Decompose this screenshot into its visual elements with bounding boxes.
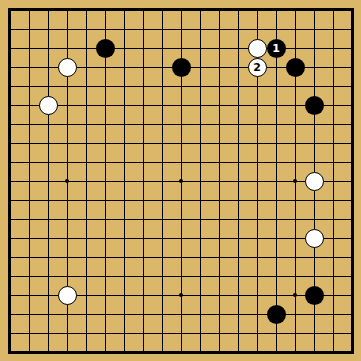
intersection-M17[interactable]: [210, 39, 229, 58]
intersection-N11[interactable]: [229, 153, 248, 172]
intersection-D10[interactable]: [58, 172, 77, 191]
intersection-G13[interactable]: [115, 115, 134, 134]
intersection-K1[interactable]: [172, 343, 191, 361]
intersection-R17[interactable]: [305, 39, 324, 58]
intersection-F9[interactable]: [96, 191, 115, 210]
intersection-H1[interactable]: [134, 343, 153, 361]
intersection-Q11[interactable]: [286, 153, 305, 172]
intersection-M1[interactable]: [210, 343, 229, 361]
intersection-Q14[interactable]: [286, 96, 305, 115]
intersection-M19[interactable]: [210, 1, 229, 20]
intersection-G2[interactable]: [115, 324, 134, 343]
intersection-R5[interactable]: [305, 267, 324, 286]
intersection-K6[interactable]: [172, 248, 191, 267]
intersection-T19[interactable]: [343, 1, 361, 20]
intersection-A10[interactable]: [1, 172, 20, 191]
intersection-P9[interactable]: [267, 191, 286, 210]
intersection-A4[interactable]: [1, 286, 20, 305]
intersection-F17[interactable]: [96, 39, 115, 58]
intersection-F14[interactable]: [96, 96, 115, 115]
intersection-O1[interactable]: [248, 343, 267, 361]
intersection-M12[interactable]: [210, 134, 229, 153]
intersection-O9[interactable]: [248, 191, 267, 210]
intersection-R11[interactable]: [305, 153, 324, 172]
intersection-T8[interactable]: [343, 210, 361, 229]
intersection-K19[interactable]: [172, 1, 191, 20]
intersection-P7[interactable]: [267, 229, 286, 248]
intersection-A3[interactable]: [1, 305, 20, 324]
intersection-P5[interactable]: [267, 267, 286, 286]
intersection-F2[interactable]: [96, 324, 115, 343]
intersection-P18[interactable]: [267, 20, 286, 39]
intersection-N19[interactable]: [229, 1, 248, 20]
intersection-D2[interactable]: [58, 324, 77, 343]
intersection-G5[interactable]: [115, 267, 134, 286]
intersection-N1[interactable]: [229, 343, 248, 361]
intersection-P1[interactable]: [267, 343, 286, 361]
intersection-T3[interactable]: [343, 305, 361, 324]
intersection-Q5[interactable]: [286, 267, 305, 286]
intersection-H12[interactable]: [134, 134, 153, 153]
intersection-M5[interactable]: [210, 267, 229, 286]
intersection-S5[interactable]: [324, 267, 343, 286]
intersection-S1[interactable]: [324, 343, 343, 361]
intersection-T12[interactable]: [343, 134, 361, 153]
intersection-K2[interactable]: [172, 324, 191, 343]
intersection-D15[interactable]: [58, 77, 77, 96]
intersection-G6[interactable]: [115, 248, 134, 267]
intersection-R7[interactable]: [305, 229, 324, 248]
intersection-N14[interactable]: [229, 96, 248, 115]
intersection-C1[interactable]: [39, 343, 58, 361]
intersection-O6[interactable]: [248, 248, 267, 267]
intersection-G7[interactable]: [115, 229, 134, 248]
intersection-J16[interactable]: [153, 58, 172, 77]
intersection-P19[interactable]: [267, 1, 286, 20]
intersection-O13[interactable]: [248, 115, 267, 134]
intersection-J4[interactable]: [153, 286, 172, 305]
intersection-H9[interactable]: [134, 191, 153, 210]
intersection-E5[interactable]: [77, 267, 96, 286]
intersection-Q7[interactable]: [286, 229, 305, 248]
intersection-B14[interactable]: [20, 96, 39, 115]
intersection-R12[interactable]: [305, 134, 324, 153]
intersection-K11[interactable]: [172, 153, 191, 172]
intersection-R14[interactable]: [305, 96, 324, 115]
intersection-C9[interactable]: [39, 191, 58, 210]
intersection-P10[interactable]: [267, 172, 286, 191]
intersection-B1[interactable]: [20, 343, 39, 361]
intersection-J18[interactable]: [153, 20, 172, 39]
intersection-B18[interactable]: [20, 20, 39, 39]
intersection-C12[interactable]: [39, 134, 58, 153]
intersection-B4[interactable]: [20, 286, 39, 305]
intersection-F10[interactable]: [96, 172, 115, 191]
intersection-P17[interactable]: 1: [267, 39, 286, 58]
intersection-B9[interactable]: [20, 191, 39, 210]
intersection-G19[interactable]: [115, 1, 134, 20]
intersection-K10[interactable]: [172, 172, 191, 191]
intersection-S7[interactable]: [324, 229, 343, 248]
intersection-M2[interactable]: [210, 324, 229, 343]
intersection-E3[interactable]: [77, 305, 96, 324]
intersection-N3[interactable]: [229, 305, 248, 324]
intersection-T15[interactable]: [343, 77, 361, 96]
intersection-K12[interactable]: [172, 134, 191, 153]
intersection-D6[interactable]: [58, 248, 77, 267]
intersection-L14[interactable]: [191, 96, 210, 115]
intersection-H17[interactable]: [134, 39, 153, 58]
intersection-E1[interactable]: [77, 343, 96, 361]
intersection-N5[interactable]: [229, 267, 248, 286]
intersection-Q17[interactable]: [286, 39, 305, 58]
intersection-O2[interactable]: [248, 324, 267, 343]
intersection-B19[interactable]: [20, 1, 39, 20]
intersection-E13[interactable]: [77, 115, 96, 134]
intersection-K5[interactable]: [172, 267, 191, 286]
intersection-F13[interactable]: [96, 115, 115, 134]
intersection-J1[interactable]: [153, 343, 172, 361]
intersection-M13[interactable]: [210, 115, 229, 134]
intersection-O10[interactable]: [248, 172, 267, 191]
intersection-E19[interactable]: [77, 1, 96, 20]
intersection-H6[interactable]: [134, 248, 153, 267]
intersection-N10[interactable]: [229, 172, 248, 191]
intersection-C14[interactable]: [39, 96, 58, 115]
intersection-K14[interactable]: [172, 96, 191, 115]
intersection-E4[interactable]: [77, 286, 96, 305]
intersection-J12[interactable]: [153, 134, 172, 153]
intersection-S12[interactable]: [324, 134, 343, 153]
intersection-T18[interactable]: [343, 20, 361, 39]
intersection-Q10[interactable]: [286, 172, 305, 191]
intersection-C17[interactable]: [39, 39, 58, 58]
intersection-Q3[interactable]: [286, 305, 305, 324]
intersection-E14[interactable]: [77, 96, 96, 115]
intersection-L13[interactable]: [191, 115, 210, 134]
intersection-Q12[interactable]: [286, 134, 305, 153]
intersection-L10[interactable]: [191, 172, 210, 191]
intersection-A7[interactable]: [1, 229, 20, 248]
intersection-N7[interactable]: [229, 229, 248, 248]
intersection-L2[interactable]: [191, 324, 210, 343]
intersection-O14[interactable]: [248, 96, 267, 115]
intersection-C3[interactable]: [39, 305, 58, 324]
intersection-P8[interactable]: [267, 210, 286, 229]
intersection-T16[interactable]: [343, 58, 361, 77]
intersection-L9[interactable]: [191, 191, 210, 210]
intersection-P11[interactable]: [267, 153, 286, 172]
intersection-M16[interactable]: [210, 58, 229, 77]
intersection-O7[interactable]: [248, 229, 267, 248]
intersection-K15[interactable]: [172, 77, 191, 96]
intersection-O12[interactable]: [248, 134, 267, 153]
intersection-K16[interactable]: [172, 58, 191, 77]
intersection-D13[interactable]: [58, 115, 77, 134]
intersection-R18[interactable]: [305, 20, 324, 39]
intersection-L19[interactable]: [191, 1, 210, 20]
intersection-H2[interactable]: [134, 324, 153, 343]
intersection-P4[interactable]: [267, 286, 286, 305]
intersection-Q19[interactable]: [286, 1, 305, 20]
intersection-N4[interactable]: [229, 286, 248, 305]
intersection-L16[interactable]: [191, 58, 210, 77]
intersection-L17[interactable]: [191, 39, 210, 58]
intersection-T6[interactable]: [343, 248, 361, 267]
intersection-D14[interactable]: [58, 96, 77, 115]
intersection-J15[interactable]: [153, 77, 172, 96]
intersection-S4[interactable]: [324, 286, 343, 305]
intersection-H5[interactable]: [134, 267, 153, 286]
intersection-H14[interactable]: [134, 96, 153, 115]
intersection-F11[interactable]: [96, 153, 115, 172]
intersection-Q1[interactable]: [286, 343, 305, 361]
intersection-T4[interactable]: [343, 286, 361, 305]
intersection-N8[interactable]: [229, 210, 248, 229]
intersection-O5[interactable]: [248, 267, 267, 286]
intersection-P13[interactable]: [267, 115, 286, 134]
intersection-P6[interactable]: [267, 248, 286, 267]
intersection-K18[interactable]: [172, 20, 191, 39]
intersection-H16[interactable]: [134, 58, 153, 77]
intersection-L15[interactable]: [191, 77, 210, 96]
intersection-M6[interactable]: [210, 248, 229, 267]
intersection-L11[interactable]: [191, 153, 210, 172]
intersection-T13[interactable]: [343, 115, 361, 134]
intersection-M15[interactable]: [210, 77, 229, 96]
intersection-P3[interactable]: [267, 305, 286, 324]
intersection-L5[interactable]: [191, 267, 210, 286]
intersection-R6[interactable]: [305, 248, 324, 267]
intersection-E11[interactable]: [77, 153, 96, 172]
intersection-Q6[interactable]: [286, 248, 305, 267]
intersection-J10[interactable]: [153, 172, 172, 191]
intersection-F15[interactable]: [96, 77, 115, 96]
intersection-O11[interactable]: [248, 153, 267, 172]
intersection-E18[interactable]: [77, 20, 96, 39]
intersection-L1[interactable]: [191, 343, 210, 361]
intersection-N9[interactable]: [229, 191, 248, 210]
intersection-A6[interactable]: [1, 248, 20, 267]
intersection-J9[interactable]: [153, 191, 172, 210]
intersection-S10[interactable]: [324, 172, 343, 191]
intersection-S11[interactable]: [324, 153, 343, 172]
intersection-A16[interactable]: [1, 58, 20, 77]
intersection-B12[interactable]: [20, 134, 39, 153]
intersection-M9[interactable]: [210, 191, 229, 210]
intersection-E17[interactable]: [77, 39, 96, 58]
intersection-R4[interactable]: [305, 286, 324, 305]
intersection-K3[interactable]: [172, 305, 191, 324]
intersection-Q13[interactable]: [286, 115, 305, 134]
intersection-O19[interactable]: [248, 1, 267, 20]
intersection-B2[interactable]: [20, 324, 39, 343]
intersection-G14[interactable]: [115, 96, 134, 115]
intersection-T10[interactable]: [343, 172, 361, 191]
intersection-A14[interactable]: [1, 96, 20, 115]
intersection-F12[interactable]: [96, 134, 115, 153]
intersection-S17[interactable]: [324, 39, 343, 58]
intersection-M11[interactable]: [210, 153, 229, 172]
intersection-S8[interactable]: [324, 210, 343, 229]
intersection-H4[interactable]: [134, 286, 153, 305]
intersection-F16[interactable]: [96, 58, 115, 77]
intersection-S13[interactable]: [324, 115, 343, 134]
intersection-M3[interactable]: [210, 305, 229, 324]
intersection-A5[interactable]: [1, 267, 20, 286]
intersection-B3[interactable]: [20, 305, 39, 324]
intersection-C2[interactable]: [39, 324, 58, 343]
intersection-R16[interactable]: [305, 58, 324, 77]
intersection-D17[interactable]: [58, 39, 77, 58]
intersection-B7[interactable]: [20, 229, 39, 248]
intersection-N16[interactable]: [229, 58, 248, 77]
intersection-S15[interactable]: [324, 77, 343, 96]
intersection-A12[interactable]: [1, 134, 20, 153]
intersection-K8[interactable]: [172, 210, 191, 229]
intersection-K7[interactable]: [172, 229, 191, 248]
intersection-C18[interactable]: [39, 20, 58, 39]
intersection-H11[interactable]: [134, 153, 153, 172]
intersection-A18[interactable]: [1, 20, 20, 39]
intersection-N2[interactable]: [229, 324, 248, 343]
intersection-J2[interactable]: [153, 324, 172, 343]
intersection-D11[interactable]: [58, 153, 77, 172]
intersection-G15[interactable]: [115, 77, 134, 96]
intersection-E7[interactable]: [77, 229, 96, 248]
intersection-A8[interactable]: [1, 210, 20, 229]
intersection-F1[interactable]: [96, 343, 115, 361]
intersection-J3[interactable]: [153, 305, 172, 324]
intersection-L6[interactable]: [191, 248, 210, 267]
intersection-D16[interactable]: [58, 58, 77, 77]
intersection-A11[interactable]: [1, 153, 20, 172]
intersection-A19[interactable]: [1, 1, 20, 20]
intersection-G18[interactable]: [115, 20, 134, 39]
intersection-J17[interactable]: [153, 39, 172, 58]
intersection-T2[interactable]: [343, 324, 361, 343]
intersection-A1[interactable]: [1, 343, 20, 361]
intersection-C15[interactable]: [39, 77, 58, 96]
intersection-M8[interactable]: [210, 210, 229, 229]
intersection-D9[interactable]: [58, 191, 77, 210]
intersection-C16[interactable]: [39, 58, 58, 77]
intersection-M10[interactable]: [210, 172, 229, 191]
intersection-B6[interactable]: [20, 248, 39, 267]
intersection-O18[interactable]: [248, 20, 267, 39]
intersection-S14[interactable]: [324, 96, 343, 115]
intersection-P16[interactable]: [267, 58, 286, 77]
intersection-R10[interactable]: [305, 172, 324, 191]
intersection-C11[interactable]: [39, 153, 58, 172]
intersection-S6[interactable]: [324, 248, 343, 267]
intersection-T1[interactable]: [343, 343, 361, 361]
intersection-D8[interactable]: [58, 210, 77, 229]
intersection-N6[interactable]: [229, 248, 248, 267]
intersection-P15[interactable]: [267, 77, 286, 96]
intersection-F7[interactable]: [96, 229, 115, 248]
intersection-R3[interactable]: [305, 305, 324, 324]
intersection-O17[interactable]: [248, 39, 267, 58]
intersection-G10[interactable]: [115, 172, 134, 191]
intersection-S16[interactable]: [324, 58, 343, 77]
intersection-C8[interactable]: [39, 210, 58, 229]
intersection-S19[interactable]: [324, 1, 343, 20]
intersection-P14[interactable]: [267, 96, 286, 115]
intersection-M14[interactable]: [210, 96, 229, 115]
intersection-S2[interactable]: [324, 324, 343, 343]
intersection-L12[interactable]: [191, 134, 210, 153]
intersection-A9[interactable]: [1, 191, 20, 210]
intersection-G4[interactable]: [115, 286, 134, 305]
intersection-J19[interactable]: [153, 1, 172, 20]
intersection-K9[interactable]: [172, 191, 191, 210]
intersection-J7[interactable]: [153, 229, 172, 248]
intersection-D18[interactable]: [58, 20, 77, 39]
intersection-N17[interactable]: [229, 39, 248, 58]
intersection-J5[interactable]: [153, 267, 172, 286]
intersection-G9[interactable]: [115, 191, 134, 210]
intersection-E12[interactable]: [77, 134, 96, 153]
intersection-C5[interactable]: [39, 267, 58, 286]
intersection-D1[interactable]: [58, 343, 77, 361]
intersection-H7[interactable]: [134, 229, 153, 248]
intersection-P2[interactable]: [267, 324, 286, 343]
intersection-F8[interactable]: [96, 210, 115, 229]
intersection-M4[interactable]: [210, 286, 229, 305]
intersection-C19[interactable]: [39, 1, 58, 20]
intersection-N12[interactable]: [229, 134, 248, 153]
intersection-R19[interactable]: [305, 1, 324, 20]
intersection-B11[interactable]: [20, 153, 39, 172]
intersection-R8[interactable]: [305, 210, 324, 229]
intersection-O16[interactable]: 2: [248, 58, 267, 77]
intersection-Q4[interactable]: [286, 286, 305, 305]
intersection-G12[interactable]: [115, 134, 134, 153]
intersection-T14[interactable]: [343, 96, 361, 115]
intersection-R2[interactable]: [305, 324, 324, 343]
intersection-T17[interactable]: [343, 39, 361, 58]
intersection-O15[interactable]: [248, 77, 267, 96]
intersection-M7[interactable]: [210, 229, 229, 248]
intersection-K13[interactable]: [172, 115, 191, 134]
intersection-R9[interactable]: [305, 191, 324, 210]
intersection-Q18[interactable]: [286, 20, 305, 39]
intersection-Q2[interactable]: [286, 324, 305, 343]
intersection-S9[interactable]: [324, 191, 343, 210]
intersection-O3[interactable]: [248, 305, 267, 324]
intersection-Q15[interactable]: [286, 77, 305, 96]
intersection-H13[interactable]: [134, 115, 153, 134]
intersection-E6[interactable]: [77, 248, 96, 267]
intersection-J6[interactable]: [153, 248, 172, 267]
intersection-B17[interactable]: [20, 39, 39, 58]
intersection-B8[interactable]: [20, 210, 39, 229]
intersection-E9[interactable]: [77, 191, 96, 210]
intersection-S18[interactable]: [324, 20, 343, 39]
intersection-C13[interactable]: [39, 115, 58, 134]
intersection-A13[interactable]: [1, 115, 20, 134]
intersection-C4[interactable]: [39, 286, 58, 305]
intersection-B16[interactable]: [20, 58, 39, 77]
intersection-A15[interactable]: [1, 77, 20, 96]
intersection-F5[interactable]: [96, 267, 115, 286]
intersection-R15[interactable]: [305, 77, 324, 96]
intersection-E10[interactable]: [77, 172, 96, 191]
intersection-M18[interactable]: [210, 20, 229, 39]
intersection-S3[interactable]: [324, 305, 343, 324]
intersection-D12[interactable]: [58, 134, 77, 153]
